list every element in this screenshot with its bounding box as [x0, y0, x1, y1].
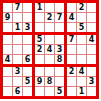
cell-r2c3[interactable]	[23, 13, 32, 22]
cell-r7c2: 3	[13, 67, 22, 76]
box-r3c1: 356	[3, 67, 32, 96]
cell-r5c3[interactable]	[23, 45, 32, 54]
cell-r6c5[interactable]	[45, 55, 54, 64]
cell-r6c7[interactable]	[67, 55, 76, 64]
cell-r8c2[interactable]	[13, 77, 22, 86]
cell-r9c4[interactable]	[35, 87, 44, 96]
cell-r9c1[interactable]	[3, 87, 12, 96]
cell-r8c6[interactable]	[55, 77, 64, 86]
cell-r2c1: 9	[3, 13, 12, 22]
cell-r4c1[interactable]	[3, 35, 12, 44]
cell-r7c1[interactable]	[3, 67, 12, 76]
cell-r3c6[interactable]	[55, 23, 64, 32]
cell-r1c5[interactable]	[45, 3, 54, 12]
cell-r9c9[interactable]	[87, 87, 96, 96]
cell-r5c4: 2	[35, 45, 44, 54]
cell-r7c7: 2	[67, 67, 76, 76]
cell-r9c5[interactable]	[45, 87, 54, 96]
cell-r4c7: 7	[67, 35, 76, 44]
cell-r7c3[interactable]	[23, 67, 32, 76]
cell-r6c6: 8	[55, 55, 64, 64]
cell-r5c6: 3	[55, 45, 64, 54]
box-r2c2: 52438	[35, 35, 64, 64]
cell-r1c8: 2	[77, 3, 86, 12]
cell-r3c3: 3	[23, 23, 32, 32]
cell-r6c1: 4	[3, 55, 12, 64]
cell-r8c7[interactable]	[67, 77, 76, 86]
cell-r8c1[interactable]	[3, 77, 12, 86]
cell-r5c1[interactable]	[3, 45, 12, 54]
box-r1c3: 245	[67, 3, 96, 32]
cell-r4c6[interactable]	[55, 35, 64, 44]
cell-r3c4[interactable]	[35, 23, 44, 32]
cell-r3c5[interactable]	[45, 23, 54, 32]
cell-r1c9[interactable]	[87, 3, 96, 12]
cell-r1c3[interactable]	[23, 3, 32, 12]
cell-r2c4[interactable]	[35, 13, 44, 22]
cell-r9c3[interactable]	[23, 87, 32, 96]
cell-r2c9[interactable]	[87, 13, 96, 22]
cell-r8c9: 3	[87, 77, 96, 86]
cell-r5c7[interactable]	[67, 45, 76, 54]
cell-r8c3: 5	[23, 77, 32, 86]
cell-r2c5: 2	[45, 13, 54, 22]
box-r2c1: 46	[3, 35, 32, 64]
cell-r3c9[interactable]	[87, 23, 96, 32]
cell-r1c4: 1	[35, 3, 44, 12]
box-r3c3: 2431	[67, 67, 96, 96]
cell-r3c2: 1	[13, 23, 22, 32]
cell-r4c2[interactable]	[13, 35, 22, 44]
cell-r9c2: 6	[13, 87, 22, 96]
sudoku-board: 79131272454652438743569852431	[0, 0, 99, 99]
cell-r6c3: 6	[23, 55, 32, 64]
cell-r4c8[interactable]	[77, 35, 86, 44]
cell-r1c7[interactable]	[67, 3, 76, 12]
box-r3c2: 985	[35, 67, 64, 96]
cell-r3c7[interactable]	[67, 23, 76, 32]
cell-r3c8: 5	[77, 23, 86, 32]
cell-r9c8: 1	[77, 87, 86, 96]
cell-r9c7[interactable]	[67, 87, 76, 96]
cell-r2c8[interactable]	[77, 13, 86, 22]
cell-r4c5[interactable]	[45, 35, 54, 44]
cell-r5c2[interactable]	[13, 45, 22, 54]
cell-r1c6[interactable]	[55, 3, 64, 12]
box-r2c3: 74	[67, 35, 96, 64]
cell-r4c3[interactable]	[23, 35, 32, 44]
cell-r6c9[interactable]	[87, 55, 96, 64]
cell-r2c7: 4	[67, 13, 76, 22]
cell-r8c8[interactable]	[77, 77, 86, 86]
cell-r6c4[interactable]	[35, 55, 44, 64]
cell-r2c6: 7	[55, 13, 64, 22]
box-r1c2: 127	[35, 3, 64, 32]
cell-r6c8[interactable]	[77, 55, 86, 64]
cell-r1c2: 7	[13, 3, 22, 12]
cell-r5c9[interactable]	[87, 45, 96, 54]
cell-r7c9[interactable]	[87, 67, 96, 76]
cell-r7c8: 4	[77, 67, 86, 76]
cell-r5c5: 4	[45, 45, 54, 54]
cell-r7c4[interactable]	[35, 67, 44, 76]
cell-r3c1[interactable]	[3, 23, 12, 32]
cell-r9c6: 5	[55, 87, 64, 96]
cell-r8c5: 8	[45, 77, 54, 86]
cell-r4c4: 5	[35, 35, 44, 44]
box-r1c1: 7913	[3, 3, 32, 32]
cell-r5c8[interactable]	[77, 45, 86, 54]
cell-r1c1[interactable]	[3, 3, 12, 12]
cell-r8c4: 9	[35, 77, 44, 86]
cell-r2c2[interactable]	[13, 13, 22, 22]
cell-r7c5[interactable]	[45, 67, 54, 76]
cell-r4c9: 4	[87, 35, 96, 44]
cell-r7c6[interactable]	[55, 67, 64, 76]
cell-r6c2[interactable]	[13, 55, 22, 64]
